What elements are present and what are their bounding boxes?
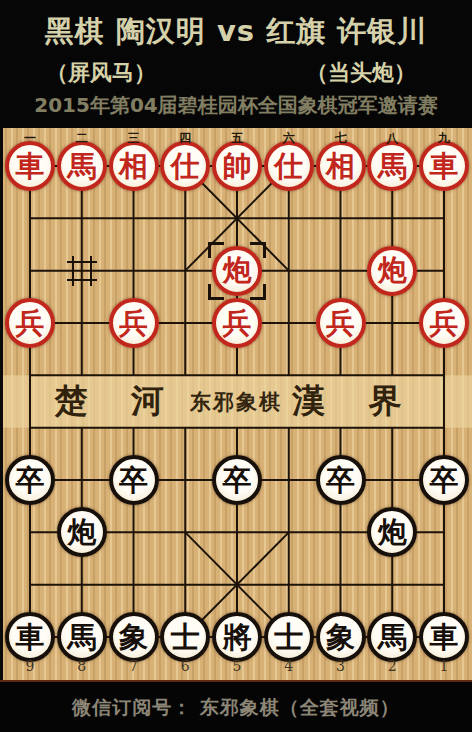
last-move-origin-marker <box>67 256 97 286</box>
file-label-bottom-2: 8 <box>70 658 94 674</box>
file-label-top-2: 二 <box>70 130 94 147</box>
file-label-bottom-7: 3 <box>329 658 353 674</box>
piece-red-兵[interactable]: 兵 <box>316 298 366 348</box>
event-title: 2015年第04届碧桂园杯全国象棋冠军邀请赛 <box>0 92 472 119</box>
piece-black-車[interactable]: 車 <box>419 612 469 662</box>
river-text-left: 楚 河 <box>55 379 181 424</box>
piece-red-車[interactable]: 車 <box>5 141 55 191</box>
file-label-top-8: 八 <box>380 130 404 147</box>
bracket-corner-br <box>250 284 266 300</box>
board-left-edge <box>0 128 3 682</box>
file-label-top-5: 五 <box>225 130 249 147</box>
black-opening-label: （屏风马） <box>46 58 156 88</box>
piece-red-仕[interactable]: 仕 <box>160 141 210 191</box>
piece-black-卒[interactable]: 卒 <box>109 455 159 505</box>
piece-red-兵[interactable]: 兵 <box>109 298 159 348</box>
piece-red-馬[interactable]: 馬 <box>57 141 107 191</box>
river-band: 楚 河 东邪象棋 漢 界 <box>0 375 472 428</box>
footer: 微信订阅号： 东邪象棋（全套视频） <box>0 682 472 732</box>
selected-piece-brackets <box>208 242 266 300</box>
piece-black-士[interactable]: 士 <box>160 612 210 662</box>
piece-black-卒[interactable]: 卒 <box>5 455 55 505</box>
piece-black-炮[interactable]: 炮 <box>57 507 107 557</box>
piece-red-兵[interactable]: 兵 <box>419 298 469 348</box>
file-label-bottom-6: 4 <box>277 658 301 674</box>
file-label-top-6: 六 <box>277 130 301 147</box>
piece-black-卒[interactable]: 卒 <box>316 455 366 505</box>
file-label-bottom-5: 5 <box>225 658 249 674</box>
piece-red-炮[interactable]: 炮 <box>367 246 417 296</box>
file-label-bottom-3: 7 <box>122 658 146 674</box>
piece-red-兵[interactable]: 兵 <box>212 298 262 348</box>
piece-black-卒[interactable]: 卒 <box>419 455 469 505</box>
piece-black-將[interactable]: 將 <box>212 612 262 662</box>
file-label-top-7: 七 <box>329 130 353 147</box>
file-label-bottom-8: 2 <box>380 658 404 674</box>
piece-red-馬[interactable]: 馬 <box>367 141 417 191</box>
piece-black-馬[interactable]: 馬 <box>57 612 107 662</box>
piece-black-馬[interactable]: 馬 <box>367 612 417 662</box>
piece-red-相[interactable]: 相 <box>316 141 366 191</box>
piece-black-車[interactable]: 車 <box>5 612 55 662</box>
piece-black-象[interactable]: 象 <box>316 612 366 662</box>
file-label-top-4: 四 <box>173 130 197 147</box>
piece-black-士[interactable]: 士 <box>264 612 314 662</box>
match-title: 黑棋 陶汉明 vs 红旗 许银川 <box>0 12 472 52</box>
xiangqi-board[interactable]: 楚 河 东邪象棋 漢 界 車馬相仕帥仕相馬車炮炮兵兵兵兵兵卒卒卒卒卒炮炮車馬象士… <box>0 128 472 682</box>
file-label-top-9: 九 <box>432 130 456 147</box>
file-label-bottom-1: 9 <box>18 658 42 674</box>
piece-red-車[interactable]: 車 <box>419 141 469 191</box>
river-watermark: 东邪象棋 <box>190 388 282 416</box>
wechat-subscription-text: 微信订阅号： 东邪象棋（全套视频） <box>0 695 472 721</box>
piece-red-相[interactable]: 相 <box>109 141 159 191</box>
piece-black-象[interactable]: 象 <box>109 612 159 662</box>
piece-black-卒[interactable]: 卒 <box>212 455 262 505</box>
broadcast-frame: 黑棋 陶汉明 vs 红旗 许银川 （屏风马） （当头炮） 2015年第04届碧桂… <box>0 0 472 732</box>
header: 黑棋 陶汉明 vs 红旗 许银川 （屏风马） （当头炮） 2015年第04届碧桂… <box>0 0 472 128</box>
piece-red-兵[interactable]: 兵 <box>5 298 55 348</box>
piece-red-仕[interactable]: 仕 <box>264 141 314 191</box>
file-label-bottom-9: 1 <box>432 658 456 674</box>
bracket-corner-tr <box>250 242 266 258</box>
file-label-top-1: 一 <box>18 130 42 147</box>
file-label-bottom-4: 6 <box>173 658 197 674</box>
bracket-corner-tl <box>208 242 224 258</box>
river-text-right: 漢 界 <box>292 379 418 424</box>
bracket-corner-bl <box>208 284 224 300</box>
red-opening-label: （当头炮） <box>306 58 416 88</box>
file-label-top-3: 三 <box>122 130 146 147</box>
piece-red-帥[interactable]: 帥 <box>212 141 262 191</box>
